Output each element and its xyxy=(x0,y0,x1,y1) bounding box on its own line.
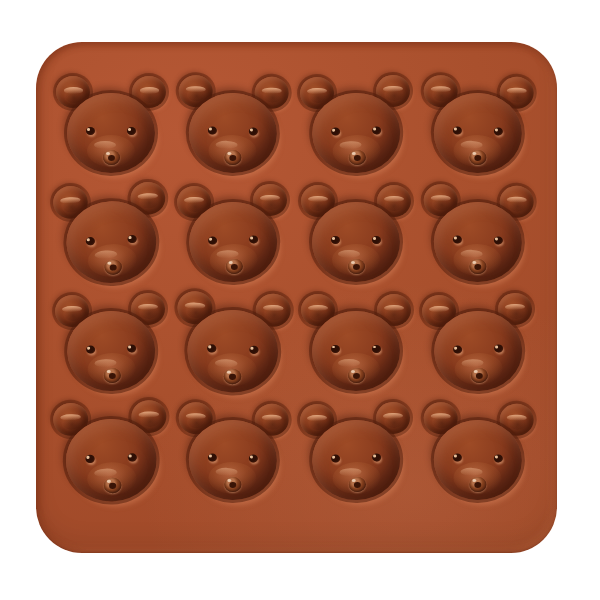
bear-face-cavity xyxy=(421,292,536,395)
bear-head-dome xyxy=(433,419,523,501)
bear-face-cavity xyxy=(52,399,171,506)
cavity-grid xyxy=(50,72,539,507)
mold-grid-cell xyxy=(295,72,417,181)
mold-grid-cell xyxy=(172,290,294,399)
mold-grid-cell xyxy=(172,181,294,290)
bear-mouth-ring xyxy=(471,368,488,383)
bear-face-cavity xyxy=(51,181,170,289)
bear-right-eye xyxy=(249,128,258,136)
bear-face-cavity xyxy=(176,75,290,177)
mold-grid-cell xyxy=(295,398,417,507)
bear-left-eye xyxy=(453,127,462,135)
bear-left-eye xyxy=(331,128,340,136)
bear-head-dome xyxy=(311,418,401,500)
bear-face-cavity xyxy=(421,401,535,503)
bear-mouth-ring xyxy=(104,477,122,493)
bear-left-eye xyxy=(453,345,462,353)
bear-right-eye xyxy=(249,454,258,462)
mold-grid-cell xyxy=(295,290,417,399)
bear-mouth-ring xyxy=(348,259,365,274)
bear-right-eye xyxy=(494,236,503,244)
bear-right-eye xyxy=(372,127,381,135)
bear-left-eye xyxy=(207,344,217,353)
bear-left-eye xyxy=(331,454,340,462)
bear-head-dome xyxy=(188,92,278,174)
bear-face-cavity xyxy=(298,75,413,178)
bear-left-eye xyxy=(208,237,217,245)
mold-grid-cell xyxy=(50,398,172,507)
bear-mouth-ring xyxy=(469,476,486,491)
mold-grid-cell xyxy=(417,181,539,290)
bear-right-eye xyxy=(127,344,136,352)
bear-face-cavity xyxy=(298,401,413,504)
bear-left-eye xyxy=(86,237,96,246)
bear-right-eye xyxy=(249,235,258,243)
mold-grid-cell xyxy=(417,72,539,181)
bear-right-eye xyxy=(128,453,138,462)
bear-right-eye xyxy=(372,236,381,244)
bear-right-eye xyxy=(127,127,136,135)
mold-grid-cell xyxy=(417,398,539,507)
silicone-bear-mold-tray xyxy=(36,42,557,553)
mold-grid-cell xyxy=(50,290,172,399)
bear-mouth-ring xyxy=(348,476,365,491)
bear-right-eye xyxy=(250,345,260,354)
bear-face-cavity xyxy=(300,185,412,285)
bear-left-eye xyxy=(86,345,95,353)
bear-face-cavity xyxy=(174,291,293,398)
bear-left-eye xyxy=(85,454,95,463)
bear-head-dome xyxy=(433,201,523,283)
bear-head-dome xyxy=(312,311,400,391)
bear-mouth-ring xyxy=(348,368,365,383)
bear-face-cavity xyxy=(421,75,535,177)
mold-grid-cell xyxy=(50,72,172,181)
bear-head-dome xyxy=(67,93,155,173)
bear-right-eye xyxy=(372,345,381,353)
bear-face-cavity xyxy=(176,184,291,287)
mold-grid-cell xyxy=(50,181,172,290)
bear-head-dome xyxy=(311,92,401,174)
mold-grid-cell xyxy=(295,181,417,290)
bear-head-dome xyxy=(433,92,523,174)
mold-grid-cell xyxy=(172,398,294,507)
bear-left-eye xyxy=(86,127,95,135)
bear-face-cavity xyxy=(54,292,169,395)
bear-left-eye xyxy=(331,345,340,353)
product-photo xyxy=(0,0,600,600)
bear-face-cavity xyxy=(55,76,167,176)
bear-head-dome xyxy=(433,310,523,392)
mold-grid-cell xyxy=(417,290,539,399)
bear-right-eye xyxy=(127,235,137,244)
bear-left-eye xyxy=(208,453,217,461)
bear-right-eye xyxy=(494,128,503,136)
bear-left-eye xyxy=(453,236,462,244)
bear-left-eye xyxy=(331,236,340,244)
bear-right-eye xyxy=(494,454,503,462)
bear-left-eye xyxy=(208,127,217,135)
bear-face-cavity xyxy=(421,184,535,286)
bear-face-cavity xyxy=(300,294,412,394)
mold-grid-cell xyxy=(172,72,294,181)
bear-right-eye xyxy=(372,453,381,461)
bear-right-eye xyxy=(494,344,503,352)
bear-head-dome xyxy=(312,202,400,282)
bear-face-cavity xyxy=(176,401,290,503)
bear-left-eye xyxy=(453,453,462,461)
